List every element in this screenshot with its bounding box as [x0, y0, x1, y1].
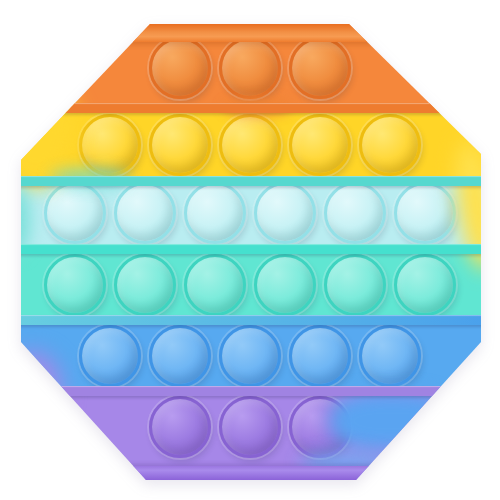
bubble-aqua-3[interactable]: [184, 254, 246, 316]
bubble-aqua-4[interactable]: [254, 254, 316, 316]
bubble-purple-1[interactable]: [149, 396, 211, 458]
bubble-ice-blue-2[interactable]: [114, 182, 176, 244]
bubble-yellow-2[interactable]: [149, 114, 211, 176]
bubble-purple-2[interactable]: [219, 396, 281, 458]
bubble-blue-2[interactable]: [149, 325, 211, 387]
bubble-yellow-1[interactable]: [79, 114, 141, 176]
bubble-blue-1[interactable]: [79, 325, 141, 387]
pop-it-toy: [0, 0, 500, 500]
photo-background: [0, 0, 500, 500]
bubble-aqua-5[interactable]: [324, 254, 386, 316]
top-rim: [0, 24, 500, 42]
bubble-ice-blue-5[interactable]: [324, 182, 386, 244]
bubble-row-aqua: [0, 249, 500, 320]
bubble-ice-blue-6[interactable]: [394, 182, 456, 244]
bubble-yellow-4[interactable]: [289, 114, 351, 176]
bubble-aqua-6[interactable]: [394, 254, 456, 316]
bubble-ice-blue-3[interactable]: [184, 182, 246, 244]
bubble-row-blue: [0, 320, 500, 391]
bubble-row-yellow: [0, 108, 500, 181]
bubble-orange-1[interactable]: [149, 37, 211, 99]
bubble-row-ice-blue: [0, 181, 500, 249]
bubble-aqua-2[interactable]: [114, 254, 176, 316]
bubble-purple-3[interactable]: [289, 396, 351, 458]
bubble-yellow-5[interactable]: [359, 114, 421, 176]
bubble-ice-blue-1[interactable]: [44, 182, 106, 244]
bottom-rim: [0, 466, 500, 480]
bubble-blue-3[interactable]: [219, 325, 281, 387]
toy-wrapper: [0, 0, 500, 500]
bubble-blue-4[interactable]: [289, 325, 351, 387]
bubble-orange-2[interactable]: [219, 37, 281, 99]
bubble-ice-blue-4[interactable]: [254, 182, 316, 244]
bubble-orange-3[interactable]: [289, 37, 351, 99]
bubble-blue-5[interactable]: [359, 325, 421, 387]
bubble-aqua-1[interactable]: [44, 254, 106, 316]
bubble-yellow-3[interactable]: [219, 114, 281, 176]
pop-it-board: [0, 0, 500, 500]
